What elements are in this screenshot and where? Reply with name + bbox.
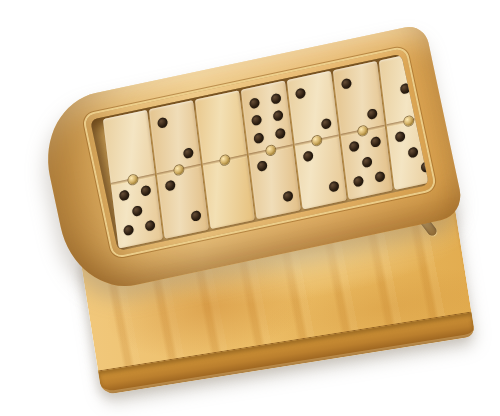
pip [420, 161, 429, 173]
pip [348, 141, 359, 153]
pip [366, 108, 377, 120]
domino-half-front [111, 176, 163, 249]
pip [251, 115, 262, 127]
pip [270, 93, 281, 105]
pip [320, 118, 331, 130]
pip [394, 131, 405, 143]
pip [157, 117, 168, 129]
domino-half-back [195, 90, 247, 163]
box-rim-groove [84, 48, 435, 257]
box-well [90, 54, 429, 251]
domino-half-front [157, 166, 209, 239]
pip [274, 127, 285, 139]
pip [374, 171, 385, 183]
pip [144, 220, 155, 232]
domino-half-back [103, 110, 155, 183]
domino-half-front [295, 137, 347, 210]
pip [328, 181, 339, 193]
domino-row [103, 54, 429, 249]
pip [302, 151, 313, 163]
domino-half-front [341, 127, 393, 200]
pip [164, 180, 175, 192]
domino-half-front [249, 147, 301, 220]
domino-half-back [379, 54, 429, 124]
pip [253, 132, 264, 144]
pip [272, 110, 283, 122]
pip [340, 78, 351, 90]
pip [294, 87, 305, 99]
domino-half-back [333, 61, 385, 134]
pip [282, 191, 293, 203]
pip [140, 185, 151, 197]
pip [118, 190, 129, 202]
pip [352, 176, 363, 188]
pip [249, 97, 260, 109]
pip [256, 160, 267, 172]
pip [407, 146, 418, 158]
domino-half-front [387, 117, 429, 190]
domino-half-back [287, 71, 339, 144]
domino-half-back [149, 100, 201, 173]
pip [131, 205, 142, 217]
pip [182, 147, 193, 159]
domino-half-front [203, 157, 255, 230]
domino-half-back [241, 80, 293, 153]
pip [361, 156, 372, 168]
pip [123, 225, 134, 237]
product-photo-scene [0, 0, 500, 416]
pip [370, 136, 381, 148]
pip [399, 83, 410, 95]
pip [190, 210, 201, 222]
